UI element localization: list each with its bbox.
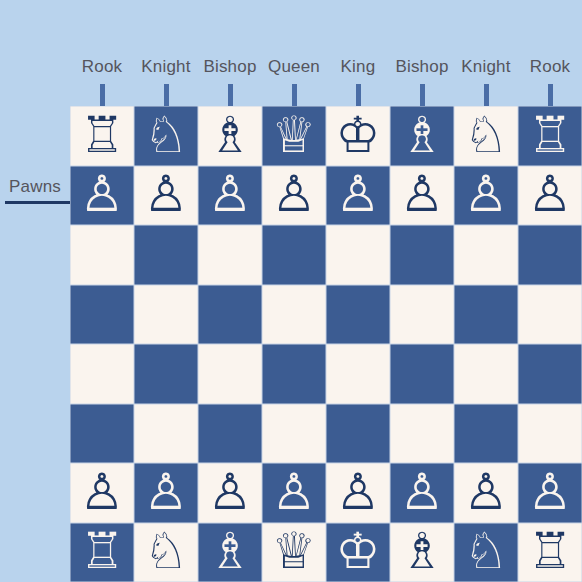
piece-white-pawn: ♙ [528,467,573,517]
piece-white-pawn: ♙ [464,467,509,517]
square-b8: ♘ [134,106,198,166]
square-f3 [390,404,454,464]
square-g5 [454,285,518,345]
label-queen-d8: Queen [268,57,320,77]
square-f5 [390,285,454,345]
piece-black-pawn: ♙ [80,169,125,219]
piece-white-bishop: ♗ [400,526,445,576]
square-f6 [390,225,454,285]
square-a1: ♖ [70,523,134,582]
square-g7: ♙ [454,166,518,226]
piece-black-queen: ♕ [272,110,317,160]
square-e4 [326,344,390,404]
label-knight-g8: Knight [461,57,510,77]
square-d6 [262,225,326,285]
square-b5 [134,285,198,345]
pointer-line-f8 [420,84,425,106]
square-d2: ♙ [262,463,326,523]
label-rook-a8: Rook [82,57,123,77]
piece-white-pawn: ♙ [400,467,445,517]
square-g3 [454,404,518,464]
square-a6 [70,225,134,285]
square-e6 [326,225,390,285]
square-g4 [454,344,518,404]
piece-white-knight: ♘ [144,526,189,576]
square-b1: ♘ [134,523,198,582]
square-h6 [518,225,582,285]
square-h8: ♖ [518,106,582,166]
square-c3 [198,404,262,464]
piece-white-rook: ♖ [528,526,573,576]
piece-black-pawn: ♙ [528,169,573,219]
square-a3 [70,404,134,464]
piece-black-knight: ♘ [144,110,189,160]
piece-white-pawn: ♙ [336,467,381,517]
pointer-line-g8 [484,84,489,106]
square-h4 [518,344,582,404]
square-b7: ♙ [134,166,198,226]
square-a2: ♙ [70,463,134,523]
piece-black-pawn: ♙ [400,169,445,219]
square-f4 [390,344,454,404]
square-e8: ♔ [326,106,390,166]
square-c4 [198,344,262,404]
piece-white-queen: ♕ [272,526,317,576]
square-h3 [518,404,582,464]
label-king-e8: King [341,57,376,77]
pointer-line-c8 [228,84,233,106]
square-d1: ♕ [262,523,326,582]
piece-black-pawn: ♙ [336,169,381,219]
piece-white-pawn: ♙ [80,467,125,517]
square-b4 [134,344,198,404]
square-e1: ♔ [326,523,390,582]
label-knight-b8: Knight [141,57,190,77]
piece-black-bishop: ♗ [400,110,445,160]
square-g8: ♘ [454,106,518,166]
piece-black-pawn: ♙ [208,169,253,219]
pointer-line-b8 [164,84,169,106]
square-a5 [70,285,134,345]
piece-white-pawn: ♙ [144,467,189,517]
square-h7: ♙ [518,166,582,226]
square-b2: ♙ [134,463,198,523]
square-a8: ♖ [70,106,134,166]
piece-black-bishop: ♗ [208,110,253,160]
square-c6 [198,225,262,285]
square-g6 [454,225,518,285]
piece-white-bishop: ♗ [208,526,253,576]
piece-black-knight: ♘ [464,110,509,160]
chess-board: ♖♘♗♕♔♗♘♖♙♙♙♙♙♙♙♙♙♙♙♙♙♙♙♙♖♘♗♕♔♗♘♖ [70,106,582,582]
square-a7: ♙ [70,166,134,226]
square-f1: ♗ [390,523,454,582]
piece-black-rook: ♖ [528,110,573,160]
square-d5 [262,285,326,345]
square-f2: ♙ [390,463,454,523]
square-h1: ♖ [518,523,582,582]
square-g1: ♘ [454,523,518,582]
pawns-pointer-line [5,201,70,204]
square-h5 [518,285,582,345]
pointer-line-e8 [356,84,361,106]
pointer-line-d8 [292,84,297,106]
square-c7: ♙ [198,166,262,226]
square-c2: ♙ [198,463,262,523]
pointer-line-a8 [100,84,105,106]
square-f8: ♗ [390,106,454,166]
piece-white-pawn: ♙ [272,467,317,517]
label-bishop-f8: Bishop [395,57,448,77]
square-d7: ♙ [262,166,326,226]
square-d8: ♕ [262,106,326,166]
piece-black-rook: ♖ [80,110,125,160]
square-c8: ♗ [198,106,262,166]
piece-white-knight: ♘ [464,526,509,576]
piece-white-pawn: ♙ [208,467,253,517]
square-g2: ♙ [454,463,518,523]
square-e2: ♙ [326,463,390,523]
square-b3 [134,404,198,464]
piece-white-king: ♔ [336,526,381,576]
square-f7: ♙ [390,166,454,226]
square-c5 [198,285,262,345]
piece-black-king: ♔ [336,110,381,160]
square-e3 [326,404,390,464]
square-e7: ♙ [326,166,390,226]
piece-black-pawn: ♙ [464,169,509,219]
square-a4 [70,344,134,404]
square-b6 [134,225,198,285]
piece-black-pawn: ♙ [144,169,189,219]
square-e5 [326,285,390,345]
pointer-line-h8 [548,84,553,106]
piece-white-rook: ♖ [80,526,125,576]
square-h2: ♙ [518,463,582,523]
square-d4 [262,344,326,404]
square-d3 [262,404,326,464]
square-c1: ♗ [198,523,262,582]
pawns-label: Pawns [9,177,61,197]
label-rook-h8: Rook [530,57,571,77]
label-bishop-c8: Bishop [203,57,256,77]
piece-black-pawn: ♙ [272,169,317,219]
